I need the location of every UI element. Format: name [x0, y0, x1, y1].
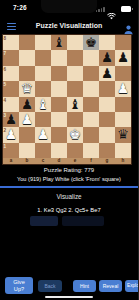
inactive-panel-2 — [62, 216, 104, 226]
piece-white-queen: ♛ — [21, 81, 33, 96]
square-f3[interactable] — [83, 112, 99, 127]
piece-white-pawn: ♟ — [5, 127, 17, 142]
square-a2[interactable]: ♟2 — [3, 127, 19, 142]
square-f2[interactable] — [83, 127, 99, 142]
piece-white-king: ♚ — [69, 127, 81, 142]
piece-black-pawn: ♟ — [117, 50, 129, 65]
square-b3[interactable]: ♟ — [19, 112, 35, 127]
inactive-panel-1 — [30, 216, 58, 226]
explore-button[interactable]: Explore — [125, 280, 139, 292]
square-g5[interactable] — [99, 81, 115, 96]
home-indicator[interactable] — [45, 296, 93, 298]
square-a8[interactable]: 8 — [3, 35, 19, 50]
square-h1[interactable] — [115, 143, 131, 158]
piece-white-pawn: ♟ — [21, 112, 33, 127]
square-e8[interactable] — [67, 35, 83, 50]
square-h5[interactable]: ♟ — [115, 81, 131, 96]
square-f5[interactable] — [83, 81, 99, 96]
piece-white-bishop: ♝ — [37, 97, 49, 112]
square-f6[interactable] — [83, 66, 99, 81]
square-h8[interactable] — [115, 35, 131, 50]
square-a6[interactable]: 6 — [3, 66, 19, 81]
square-g2[interactable] — [99, 127, 115, 142]
battery-icon — [121, 6, 133, 12]
square-g8[interactable] — [99, 35, 115, 50]
square-c1[interactable] — [35, 143, 51, 158]
square-a5[interactable]: 5 — [3, 81, 19, 96]
square-g4[interactable] — [99, 97, 115, 112]
square-d5[interactable] — [51, 81, 67, 96]
square-e3[interactable] — [67, 112, 83, 127]
piece-black-pawn: ♟ — [5, 112, 17, 127]
page-title: Puzzle Visualization — [0, 22, 138, 29]
file-label: h — [115, 158, 131, 164]
square-g1[interactable] — [99, 143, 115, 158]
app-screen: 7:26 Puzzle Visualization 8♝♚7♟♟6♟5♛♟4♟♝… — [0, 0, 138, 300]
puzzle-rating-text: Puzzle Rating: 779 — [0, 167, 138, 173]
square-e1[interactable] — [67, 143, 83, 158]
square-e5[interactable] — [67, 81, 83, 96]
piece-black-queen: ♛ — [117, 127, 129, 142]
notch — [41, 0, 97, 13]
square-a4[interactable]: 4 — [3, 97, 19, 112]
square-e6[interactable] — [67, 66, 83, 81]
square-h2[interactable]: ♛ — [115, 127, 131, 142]
rank-label: 3 — [4, 113, 7, 118]
section-divider — [0, 186, 138, 188]
piece-white-pawn: ♟ — [117, 81, 129, 96]
back-button[interactable]: Back — [38, 280, 62, 292]
move-sequence-text: 1. Ke3 Qg2 2. Qc5+ Be7 — [0, 207, 138, 213]
chess-board: 8♝♚7♟♟6♟5♛♟4♟♝♝♟3♟♟2♟♚♛1 — [3, 35, 131, 158]
rank-label: 2 — [4, 128, 7, 133]
square-c2[interactable]: ♟ — [35, 127, 51, 142]
square-b2[interactable] — [19, 127, 35, 142]
file-label: e — [67, 158, 83, 164]
cellular-signal-icon — [96, 7, 105, 12]
nav-bar: Puzzle Visualization — [0, 17, 138, 34]
square-b5[interactable]: ♛ — [19, 81, 35, 96]
clock-time: 7:26 — [13, 4, 27, 11]
square-f7[interactable] — [83, 50, 99, 65]
square-d3[interactable] — [51, 112, 67, 127]
square-h3[interactable] — [115, 112, 131, 127]
square-a3[interactable]: ♟3 — [3, 112, 19, 127]
file-label: a — [3, 158, 19, 164]
square-c5[interactable] — [35, 81, 51, 96]
reveal-button[interactable]: Reveal — [99, 280, 122, 292]
rank-label: 1 — [4, 144, 7, 149]
square-a1[interactable]: 1 — [3, 143, 19, 158]
chess-board-frame: 8♝♚7♟♟6♟5♛♟4♟♝♝♟3♟♟2♟♚♛1 abcdefgh — [2, 34, 132, 165]
rank-label: 4 — [4, 98, 7, 103]
rank-label: 7 — [4, 51, 7, 56]
hint-button[interactable]: Hint — [73, 280, 96, 292]
square-c8[interactable] — [35, 35, 51, 50]
file-label: b — [19, 158, 35, 164]
square-d8[interactable]: ♝ — [51, 35, 67, 50]
file-label: c — [35, 158, 51, 164]
piece-black-pawn: ♟ — [21, 97, 33, 112]
square-d6[interactable] — [51, 66, 67, 81]
square-f8[interactable]: ♚ — [83, 35, 99, 50]
piece-black-bishop: ♝ — [69, 97, 81, 112]
status-bar: 7:26 — [0, 0, 138, 17]
square-b4[interactable]: ♟ — [19, 97, 35, 112]
square-g7[interactable]: ♟ — [99, 50, 115, 65]
square-d7[interactable] — [51, 50, 67, 65]
file-label: f — [83, 158, 99, 164]
square-c6[interactable] — [35, 66, 51, 81]
square-d2[interactable] — [51, 127, 67, 142]
square-c3[interactable] — [35, 112, 51, 127]
file-label: g — [99, 158, 115, 164]
square-f1[interactable] — [83, 143, 99, 158]
square-b7[interactable] — [19, 50, 35, 65]
piece-black-pawn: ♟ — [101, 66, 113, 81]
square-a7[interactable]: 7 — [3, 50, 19, 65]
square-e4[interactable]: ♝ — [67, 97, 83, 112]
square-h6[interactable] — [115, 66, 131, 81]
piece-black-king: ♚ — [85, 35, 97, 50]
square-b1[interactable] — [19, 143, 35, 158]
give-up-button[interactable]: Give Up? — [5, 277, 33, 294]
visualize-heading: Visualize — [0, 193, 138, 200]
square-g6[interactable]: ♟ — [99, 66, 115, 81]
piece-white-pawn: ♟ — [37, 127, 49, 142]
square-d1[interactable] — [51, 143, 67, 158]
rank-label: 5 — [4, 82, 7, 87]
square-b6[interactable] — [19, 66, 35, 81]
square-d4[interactable] — [51, 97, 67, 112]
square-c7[interactable] — [35, 50, 51, 65]
piece-black-pawn: ♟ — [101, 50, 113, 65]
rank-label: 8 — [4, 36, 7, 41]
turn-instruction-text: You (919) Play White (click 'From' squar… — [0, 176, 138, 182]
file-labels: abcdefgh — [3, 158, 131, 164]
square-e2[interactable]: ♚ — [67, 127, 83, 142]
rank-label: 6 — [4, 67, 7, 72]
square-h4[interactable] — [115, 97, 131, 112]
piece-black-bishop: ♝ — [53, 35, 65, 50]
square-b8[interactable] — [19, 35, 35, 50]
square-h7[interactable]: ♟ — [115, 50, 131, 65]
square-f4[interactable] — [83, 97, 99, 112]
square-g3[interactable] — [99, 112, 115, 127]
square-c4[interactable]: ♝ — [35, 97, 51, 112]
square-e7[interactable] — [67, 50, 83, 65]
file-label: d — [51, 158, 67, 164]
